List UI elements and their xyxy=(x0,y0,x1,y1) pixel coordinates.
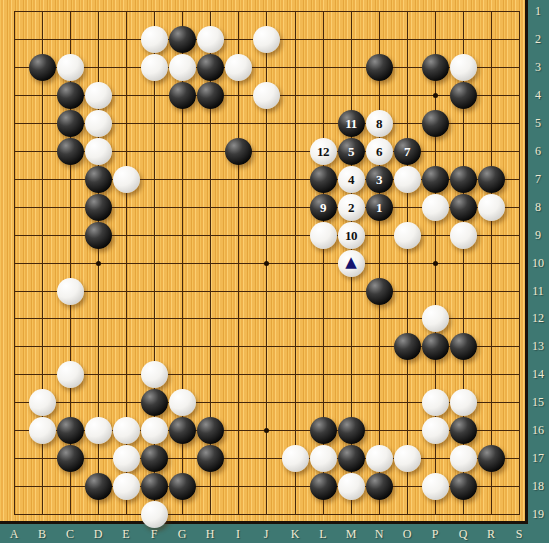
stone-L7-black xyxy=(310,166,337,193)
row-label-15: 15 xyxy=(528,395,548,409)
column-label-D: D xyxy=(89,527,107,541)
stone-M8-white: 2 xyxy=(338,194,365,221)
stone-J2-white xyxy=(253,26,280,53)
column-label-O: O xyxy=(398,527,416,541)
column-label-L: L xyxy=(314,527,332,541)
stone-M18-white xyxy=(338,473,365,500)
stone-F16-white xyxy=(141,417,168,444)
stone-C6-black xyxy=(57,138,84,165)
stone-N7-black: 3 xyxy=(366,166,393,193)
stone-H3-black xyxy=(197,54,224,81)
column-label-S: S xyxy=(510,527,528,541)
move-number-label: 9 xyxy=(320,201,326,214)
stone-Q7-black xyxy=(450,166,477,193)
stone-D18-black xyxy=(85,473,112,500)
stone-Q15-white xyxy=(450,389,477,416)
move-number-label: 4 xyxy=(348,173,354,186)
row-label-9: 9 xyxy=(528,228,548,242)
stone-O13-black xyxy=(394,333,421,360)
move-number-label: 3 xyxy=(376,173,382,186)
go-board-viewer: 118125674392110▲ABCDEFGHIJKLMNOPQRS12345… xyxy=(0,0,549,543)
column-label-F: F xyxy=(145,527,163,541)
stone-D4-white xyxy=(85,82,112,109)
move-number-label: 11 xyxy=(345,117,356,130)
stone-L17-white xyxy=(310,445,337,472)
stone-C5-black xyxy=(57,110,84,137)
stone-P5-black xyxy=(422,110,449,137)
star-point-J16 xyxy=(264,428,269,433)
row-label-14: 14 xyxy=(528,367,548,381)
stone-H4-black xyxy=(197,82,224,109)
star-point-P10 xyxy=(433,261,438,266)
stone-M10-white: ▲ xyxy=(338,250,365,277)
stone-I3-white xyxy=(225,54,252,81)
stone-D16-white xyxy=(85,417,112,444)
stone-R17-black xyxy=(478,445,505,472)
stone-N8-black: 1 xyxy=(366,194,393,221)
stone-D9-black xyxy=(85,222,112,249)
stone-M7-white: 4 xyxy=(338,166,365,193)
row-label-19: 19 xyxy=(528,507,548,521)
stone-Q3-white xyxy=(450,54,477,81)
stone-H17-black xyxy=(197,445,224,472)
stone-N3-black xyxy=(366,54,393,81)
stone-E17-white xyxy=(113,445,140,472)
stone-C14-white xyxy=(57,361,84,388)
row-label-11: 11 xyxy=(528,284,548,298)
column-label-A: A xyxy=(5,527,23,541)
star-point-P4 xyxy=(433,93,438,98)
stone-G16-black xyxy=(169,417,196,444)
column-label-M: M xyxy=(342,527,360,541)
stone-C3-white xyxy=(57,54,84,81)
row-label-1: 1 xyxy=(528,4,548,18)
stone-P18-white xyxy=(422,473,449,500)
stone-N17-white xyxy=(366,445,393,472)
row-label-12: 12 xyxy=(528,311,548,325)
stone-G15-white xyxy=(169,389,196,416)
stone-P3-black xyxy=(422,54,449,81)
star-point-J10 xyxy=(264,261,269,266)
grid-line-horizontal xyxy=(14,374,520,375)
stone-L16-black xyxy=(310,417,337,444)
stone-D7-black xyxy=(85,166,112,193)
row-label-5: 5 xyxy=(528,116,548,130)
grid-line-horizontal xyxy=(14,514,520,515)
row-label-6: 6 xyxy=(528,144,548,158)
stone-N5-white: 8 xyxy=(366,110,393,137)
stone-D8-black xyxy=(85,194,112,221)
row-label-4: 4 xyxy=(528,88,548,102)
grid-line-vertical xyxy=(407,11,408,515)
move-number-label: 8 xyxy=(376,117,382,130)
move-number-label: 6 xyxy=(376,145,382,158)
stone-Q13-black xyxy=(450,333,477,360)
stone-Q17-white xyxy=(450,445,477,472)
grid-line-vertical xyxy=(295,11,296,515)
column-label-E: E xyxy=(117,527,135,541)
stone-G2-black xyxy=(169,26,196,53)
stone-B15-white xyxy=(29,389,56,416)
stone-B3-black xyxy=(29,54,56,81)
row-label-16: 16 xyxy=(528,423,548,437)
column-label-G: G xyxy=(173,527,191,541)
stone-E7-white xyxy=(113,166,140,193)
move-number-label: 7 xyxy=(404,145,410,158)
column-label-C: C xyxy=(61,527,79,541)
column-label-B: B xyxy=(33,527,51,541)
grid-line-vertical xyxy=(519,11,520,515)
stone-F15-black xyxy=(141,389,168,416)
column-label-N: N xyxy=(370,527,388,541)
column-label-J: J xyxy=(257,527,275,541)
move-number-label: 5 xyxy=(348,145,354,158)
stone-G3-white xyxy=(169,54,196,81)
stone-O7-white xyxy=(394,166,421,193)
move-number-label: 12 xyxy=(317,145,329,158)
stone-F18-black xyxy=(141,473,168,500)
stone-E16-white xyxy=(113,417,140,444)
column-label-K: K xyxy=(286,527,304,541)
grid-line-horizontal xyxy=(14,291,520,292)
grid-line-horizontal xyxy=(14,11,520,12)
stone-F2-white xyxy=(141,26,168,53)
stone-C11-white xyxy=(57,278,84,305)
stone-G4-black xyxy=(169,82,196,109)
stone-L9-white xyxy=(310,222,337,249)
row-label-17: 17 xyxy=(528,451,548,465)
grid-line-vertical xyxy=(379,11,380,515)
stone-C17-black xyxy=(57,445,84,472)
stone-P8-white xyxy=(422,194,449,221)
column-label-R: R xyxy=(482,527,500,541)
row-label-3: 3 xyxy=(528,60,548,74)
stone-P7-black xyxy=(422,166,449,193)
stone-F19-white xyxy=(141,501,168,528)
stone-K17-white xyxy=(282,445,309,472)
grid-line-vertical xyxy=(491,11,492,515)
column-label-H: H xyxy=(201,527,219,541)
row-label-2: 2 xyxy=(528,32,548,46)
row-label-7: 7 xyxy=(528,172,548,186)
stone-O17-white xyxy=(394,445,421,472)
stone-N6-white: 6 xyxy=(366,138,393,165)
stone-D6-white xyxy=(85,138,112,165)
stone-M6-black: 5 xyxy=(338,138,365,165)
stone-Q16-black xyxy=(450,417,477,444)
stone-M17-black xyxy=(338,445,365,472)
row-label-10: 10 xyxy=(528,256,548,270)
stone-Q18-black xyxy=(450,473,477,500)
stone-Q8-black xyxy=(450,194,477,221)
stone-N18-black xyxy=(366,473,393,500)
stone-Q9-white xyxy=(450,222,477,249)
stone-L18-black xyxy=(310,473,337,500)
column-label-Q: Q xyxy=(454,527,472,541)
stone-C4-black xyxy=(57,82,84,109)
grid-line-horizontal xyxy=(14,458,520,459)
column-label-P: P xyxy=(426,527,444,541)
row-label-13: 13 xyxy=(528,339,548,353)
stone-N11-black xyxy=(366,278,393,305)
stone-M9-white: 10 xyxy=(338,222,365,249)
stone-R8-white xyxy=(478,194,505,221)
stone-J4-white xyxy=(253,82,280,109)
stone-Q4-black xyxy=(450,82,477,109)
stone-I6-black xyxy=(225,138,252,165)
row-label-8: 8 xyxy=(528,200,548,214)
stone-E18-white xyxy=(113,473,140,500)
column-label-I: I xyxy=(229,527,247,541)
triangle-marker: ▲ xyxy=(345,255,357,270)
stone-G18-black xyxy=(169,473,196,500)
stone-D5-white xyxy=(85,110,112,137)
stone-H16-black xyxy=(197,417,224,444)
stone-P13-black xyxy=(422,333,449,360)
stone-C16-black xyxy=(57,417,84,444)
move-number-label: 2 xyxy=(348,201,354,214)
stone-B16-white xyxy=(29,417,56,444)
stone-O6-black: 7 xyxy=(394,138,421,165)
stone-H2-white xyxy=(197,26,224,53)
row-label-18: 18 xyxy=(528,479,548,493)
stone-R7-black xyxy=(478,166,505,193)
stone-F17-black xyxy=(141,445,168,472)
stone-P12-white xyxy=(422,305,449,332)
stone-L6-white: 12 xyxy=(310,138,337,165)
move-number-label: 10 xyxy=(345,229,357,242)
stone-F3-white xyxy=(141,54,168,81)
stone-F14-white xyxy=(141,361,168,388)
stone-P15-white xyxy=(422,389,449,416)
stone-M16-black xyxy=(338,417,365,444)
stone-P16-white xyxy=(422,417,449,444)
stone-M5-black: 11 xyxy=(338,110,365,137)
stone-O9-white xyxy=(394,222,421,249)
move-number-label: 1 xyxy=(376,201,382,214)
stone-L8-black: 9 xyxy=(310,194,337,221)
star-point-D10 xyxy=(96,261,101,266)
